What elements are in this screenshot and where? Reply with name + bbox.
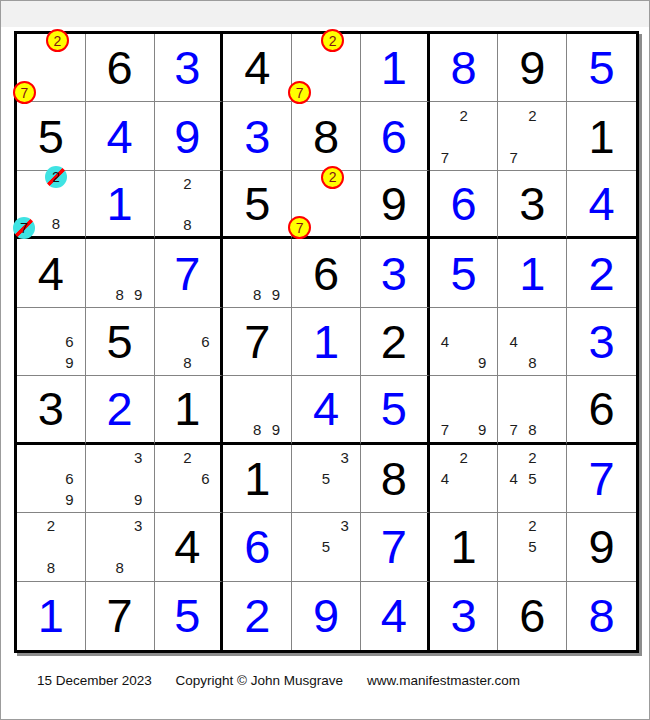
sudoku-board: 2763427189554938627271278128527963448978… [14, 31, 639, 653]
given-digit: 3 [17, 376, 85, 441]
highlighted-candidate: 2 [321, 29, 344, 52]
cell-r8c7[interactable]: 1 [430, 513, 499, 581]
candidate: 8 [110, 557, 129, 578]
top-strip [1, 1, 649, 27]
candidate: 8 [42, 557, 61, 578]
cell-r6c2[interactable]: 2 [86, 376, 155, 444]
cell-r4c1[interactable]: 4 [17, 239, 86, 307]
given-digit: 6 [567, 376, 636, 441]
cell-r3c1[interactable]: 278 [17, 171, 86, 239]
solved-digit: 1 [17, 582, 85, 650]
pencil-marks: 49 [430, 308, 498, 375]
candidate: 8 [45, 212, 67, 234]
candidate: 2 [523, 104, 542, 125]
solved-digit: 1 [86, 171, 154, 236]
cell-r2c8[interactable]: 27 [498, 102, 567, 170]
cell-r7c4[interactable]: 1 [223, 445, 292, 513]
cell-r1c2[interactable]: 6 [86, 34, 155, 102]
candidate: 3 [129, 447, 148, 468]
cell-r3c3[interactable]: 28 [155, 171, 224, 239]
candidate: 5 [523, 536, 542, 557]
candidate: 8 [523, 419, 542, 439]
candidate: 7 [436, 419, 455, 439]
eliminated-candidate: 7 [13, 217, 35, 239]
eliminated-candidate: 2 [45, 166, 67, 188]
pencil-marks: 28 [155, 171, 221, 236]
solved-digit: 6 [361, 102, 427, 169]
pencil-marks: 68 [155, 308, 221, 375]
pencil-marks: 48 [498, 308, 566, 375]
cell-r5c8[interactable]: 48 [498, 308, 567, 376]
highlighted-candidate: 7 [13, 81, 36, 104]
candidate: 9 [473, 352, 492, 373]
cell-r3c7[interactable]: 6 [430, 171, 499, 239]
solved-digit: 7 [567, 445, 636, 512]
given-digit: 3 [498, 171, 566, 236]
given-digit: 1 [155, 376, 221, 441]
cell-r4c3[interactable]: 7 [155, 239, 224, 307]
pencil-marks: 27 [17, 34, 85, 101]
given-digit: 4 [223, 34, 291, 101]
cell-r8c5[interactable]: 35 [292, 513, 361, 581]
cell-r5c6[interactable]: 2 [361, 308, 430, 376]
pencil-marks: 25 [498, 513, 566, 580]
cell-r2c1[interactable]: 5 [17, 102, 86, 170]
cell-r2c5[interactable]: 8 [292, 102, 361, 170]
given-digit: 7 [86, 582, 154, 650]
highlighted-candidate: 2 [321, 166, 344, 189]
given-digit: 8 [361, 445, 427, 512]
candidate: 6 [196, 468, 214, 489]
cell-r5c9[interactable]: 3 [567, 308, 636, 376]
solved-digit: 3 [155, 34, 221, 101]
candidate: 6 [60, 468, 79, 489]
cell-r3c4[interactable]: 5 [223, 171, 292, 239]
highlighted-candidate: 2 [46, 29, 69, 52]
solved-digit: 5 [155, 582, 221, 650]
given-digit: 4 [17, 239, 85, 306]
cell-r8c9[interactable]: 9 [567, 513, 636, 581]
cell-r1c3[interactable]: 3 [155, 34, 224, 102]
cell-r9c8[interactable]: 6 [498, 582, 567, 650]
candidate: 9 [473, 419, 492, 439]
cell-r8c1[interactable]: 28 [17, 513, 86, 581]
solved-digit: 3 [430, 582, 498, 650]
cell-r3c6[interactable]: 9 [361, 171, 430, 239]
cell-r3c5[interactable]: 27 [292, 171, 361, 239]
candidate: 5 [317, 536, 336, 557]
cell-r7c1[interactable]: 69 [17, 445, 86, 513]
cell-r1c9[interactable]: 5 [567, 34, 636, 102]
cell-r1c7[interactable]: 8 [430, 34, 499, 102]
given-digit: 8 [292, 102, 360, 169]
candidate: 9 [129, 489, 148, 510]
solved-digit: 6 [430, 171, 498, 236]
pencil-marks: 27 [292, 34, 360, 101]
given-digit: 1 [223, 445, 291, 512]
cell-r1c8[interactable]: 9 [498, 34, 567, 102]
given-digit: 7 [223, 308, 291, 375]
given-digit: 9 [567, 513, 636, 580]
solved-digit: 1 [498, 239, 566, 306]
cell-r1c5[interactable]: 27 [292, 34, 361, 102]
candidate: 6 [196, 331, 214, 352]
pencil-marks: 79 [430, 376, 498, 441]
pencil-marks: 69 [17, 445, 85, 512]
cell-r4c9[interactable]: 2 [567, 239, 636, 307]
cell-r1c6[interactable]: 1 [361, 34, 430, 102]
candidate: 4 [436, 331, 455, 352]
cell-r9c5[interactable]: 9 [292, 582, 361, 650]
pencil-marks: 38 [86, 513, 154, 580]
pencil-marks: 28 [17, 513, 85, 580]
candidate: 8 [248, 419, 267, 439]
cell-r6c9[interactable]: 6 [567, 376, 636, 444]
solved-digit: 4 [361, 582, 427, 650]
candidate: 9 [267, 284, 286, 305]
candidate: 5 [317, 468, 336, 489]
solved-digit: 8 [430, 34, 498, 101]
footer-copyright: Copyright © John Musgrave [176, 673, 344, 688]
cell-r8c2[interactable]: 38 [86, 513, 155, 581]
given-digit: 6 [292, 239, 360, 306]
solved-digit: 4 [292, 376, 360, 441]
cell-r4c4[interactable]: 89 [223, 239, 292, 307]
pencil-marks: 26 [155, 445, 221, 512]
pencil-marks: 89 [86, 239, 154, 306]
pencil-marks: 27 [292, 171, 360, 236]
cell-r7c9[interactable]: 7 [567, 445, 636, 513]
pencil-marks: 35 [292, 513, 360, 580]
pencil-marks: 278 [17, 171, 85, 236]
solved-digit: 7 [361, 513, 427, 580]
solved-digit: 5 [430, 239, 498, 306]
solved-digit: 3 [567, 308, 636, 375]
candidate: 9 [129, 284, 148, 305]
candidate: 2 [523, 515, 542, 536]
cell-r7c5[interactable]: 35 [292, 445, 361, 513]
cell-r8c4[interactable]: 6 [223, 513, 292, 581]
candidate: 2 [454, 104, 473, 125]
cell-r1c4[interactable]: 4 [223, 34, 292, 102]
cell-r6c5[interactable]: 4 [292, 376, 361, 444]
cell-r7c6[interactable]: 8 [361, 445, 430, 513]
pencil-marks: 24 [430, 445, 498, 512]
cell-r4c5[interactable]: 6 [292, 239, 361, 307]
footer: 15 December 2023 Copyright © John Musgra… [37, 673, 520, 688]
cell-r4c2[interactable]: 89 [86, 239, 155, 307]
given-digit: 1 [430, 513, 498, 580]
solved-digit: 4 [567, 171, 636, 236]
given-digit: 5 [223, 171, 291, 236]
highlighted-candidate: 7 [288, 216, 311, 239]
footer-website: www.manifestmaster.com [367, 673, 520, 688]
candidate: 4 [436, 468, 455, 489]
given-digit: 4 [155, 513, 221, 580]
solved-digit: 2 [86, 376, 154, 441]
cell-r4c7[interactable]: 5 [430, 239, 499, 307]
cell-r6c1[interactable]: 3 [17, 376, 86, 444]
candidate: 7 [504, 419, 523, 439]
solved-digit: 2 [223, 582, 291, 650]
given-digit: 9 [498, 34, 566, 101]
footer-date: 15 December 2023 [37, 673, 152, 688]
cell-r5c3[interactable]: 68 [155, 308, 224, 376]
cell-r2c6[interactable]: 6 [361, 102, 430, 170]
given-digit: 6 [498, 582, 566, 650]
solved-digit: 1 [292, 308, 360, 375]
given-digit: 6 [86, 34, 154, 101]
cell-r8c6[interactable]: 7 [361, 513, 430, 581]
pencil-marks: 27 [498, 102, 566, 169]
candidate: 2 [178, 447, 196, 468]
pencil-marks: 69 [17, 308, 85, 375]
solved-digit: 6 [223, 513, 291, 580]
candidate: 2 [178, 173, 196, 193]
pencil-marks: 89 [223, 376, 291, 441]
cell-r9c9[interactable]: 8 [567, 582, 636, 650]
candidate: 5 [523, 468, 542, 489]
solved-digit: 5 [567, 34, 636, 101]
pencil-marks: 27 [430, 102, 498, 169]
cell-r9c3[interactable]: 5 [155, 582, 224, 650]
candidate: 9 [267, 419, 286, 439]
cell-r5c5[interactable]: 1 [292, 308, 361, 376]
cell-r2c4[interactable]: 3 [223, 102, 292, 170]
candidate: 3 [335, 447, 354, 468]
solved-digit: 3 [223, 102, 291, 169]
candidate: 8 [523, 352, 542, 373]
solved-digit: 9 [155, 102, 221, 169]
cell-r6c3[interactable]: 1 [155, 376, 224, 444]
solved-digit: 7 [155, 239, 221, 306]
pencil-marks: 89 [223, 239, 291, 306]
cell-r8c8[interactable]: 25 [498, 513, 567, 581]
pencil-marks: 78 [498, 376, 566, 441]
cell-r9c1[interactable]: 1 [17, 582, 86, 650]
candidate: 8 [110, 284, 129, 305]
solved-digit: 9 [292, 582, 360, 650]
cell-r2c7[interactable]: 27 [430, 102, 499, 170]
given-digit: 9 [361, 171, 427, 236]
candidate: 9 [60, 352, 79, 373]
cell-r7c2[interactable]: 39 [86, 445, 155, 513]
candidate: 2 [454, 447, 473, 468]
candidate: 2 [523, 447, 542, 468]
cell-r4c8[interactable]: 1 [498, 239, 567, 307]
candidate: 8 [178, 214, 196, 234]
cell-r6c7[interactable]: 79 [430, 376, 499, 444]
solved-digit: 2 [567, 239, 636, 306]
solved-digit: 1 [361, 34, 427, 101]
candidate: 3 [335, 515, 354, 536]
candidate: 9 [60, 489, 79, 510]
given-digit: 2 [361, 308, 427, 375]
solved-digit: 5 [361, 376, 427, 441]
cell-r5c1[interactable]: 69 [17, 308, 86, 376]
solved-digit: 8 [567, 582, 636, 650]
cell-r9c7[interactable]: 3 [430, 582, 499, 650]
candidate: 8 [178, 352, 196, 373]
cell-r7c3[interactable]: 26 [155, 445, 224, 513]
given-digit: 5 [17, 102, 85, 169]
pencil-marks: 35 [292, 445, 360, 512]
cell-r5c4[interactable]: 7 [223, 308, 292, 376]
candidate: 3 [129, 515, 148, 536]
cell-r3c8[interactable]: 3 [498, 171, 567, 239]
candidate: 4 [504, 468, 523, 489]
cell-r4c6[interactable]: 3 [361, 239, 430, 307]
cell-r6c6[interactable]: 5 [361, 376, 430, 444]
candidate: 7 [504, 147, 523, 168]
candidate: 7 [436, 147, 455, 168]
cell-r1c1[interactable]: 27 [17, 34, 86, 102]
candidate: 4 [504, 331, 523, 352]
highlighted-candidate: 7 [288, 81, 311, 104]
cell-r7c8[interactable]: 245 [498, 445, 567, 513]
cell-r5c2[interactable]: 5 [86, 308, 155, 376]
pencil-marks: 245 [498, 445, 566, 512]
candidate: 6 [60, 331, 79, 352]
solved-digit: 4 [86, 102, 154, 169]
cell-r2c9[interactable]: 1 [567, 102, 636, 170]
cell-r9c4[interactable]: 2 [223, 582, 292, 650]
cell-r7c7[interactable]: 24 [430, 445, 499, 513]
cell-r6c4[interactable]: 89 [223, 376, 292, 444]
solved-digit: 3 [361, 239, 427, 306]
sudoku-page: 2763427189554938627271278128527963448978… [0, 0, 650, 720]
cell-r5c7[interactable]: 49 [430, 308, 499, 376]
cell-r2c2[interactable]: 4 [86, 102, 155, 170]
cell-r8c3[interactable]: 4 [155, 513, 224, 581]
cell-r9c6[interactable]: 4 [361, 582, 430, 650]
cell-r9c2[interactable]: 7 [86, 582, 155, 650]
pencil-marks: 39 [86, 445, 154, 512]
given-digit: 1 [567, 102, 636, 169]
candidate: 8 [248, 284, 267, 305]
cell-r2c3[interactable]: 9 [155, 102, 224, 170]
given-digit: 5 [86, 308, 154, 375]
cell-r3c9[interactable]: 4 [567, 171, 636, 239]
candidate: 2 [42, 515, 61, 536]
cell-r6c8[interactable]: 78 [498, 376, 567, 444]
cell-r3c2[interactable]: 1 [86, 171, 155, 239]
